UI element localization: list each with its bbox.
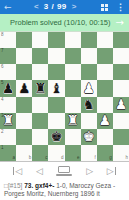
black-rook: ♜ [34, 82, 46, 96]
square-f1[interactable]: f [81, 145, 97, 161]
square-d3[interactable] [48, 113, 64, 129]
square-g5[interactable] [97, 80, 113, 96]
file-label: f [94, 156, 95, 161]
white-rook: ♜ [67, 114, 79, 128]
rank-label: 6 [1, 65, 4, 70]
file-label: e [77, 156, 80, 161]
square-c8[interactable] [32, 32, 48, 48]
status-text: Problem solved (10/10, 00:15) [5, 18, 116, 27]
chess-board[interactable]: 8765♟♟♜♝♟4♞♟3♜♜♟2♚♚1abcdefgh [0, 31, 129, 162]
white-king: ♚ [83, 130, 95, 144]
file-label: h [125, 156, 128, 161]
square-e2[interactable] [65, 129, 81, 145]
file-label: c [45, 156, 47, 161]
black-knight: ♞ [83, 98, 95, 112]
square-e8[interactable] [65, 32, 81, 48]
square-h4[interactable]: ♟ [113, 97, 129, 113]
black-pawn: ♟ [18, 82, 30, 96]
square-c1[interactable]: c [32, 145, 48, 161]
back-icon[interactable]: ← [4, 3, 12, 12]
square-d7[interactable] [48, 48, 64, 64]
square-h2[interactable] [113, 129, 129, 145]
square-d4[interactable] [48, 97, 64, 113]
top-bar: ← < 3 / 99 > ⋮ [0, 0, 129, 14]
square-c5[interactable]: ♜ [32, 80, 48, 96]
puzzle-counter: 3 / 99 [44, 3, 67, 11]
square-h5[interactable] [113, 80, 129, 96]
square-g4[interactable] [97, 97, 113, 113]
square-d2[interactable]: ♚ [48, 129, 64, 145]
square-c4[interactable] [32, 97, 48, 113]
black-king: ♚ [50, 130, 62, 144]
square-c3[interactable] [32, 113, 48, 129]
puzzle-pager: < 3 / 99 > [12, 3, 99, 11]
square-a2[interactable]: 2 [0, 129, 16, 145]
square-h8[interactable] [113, 32, 129, 48]
square-h1[interactable]: h [113, 145, 129, 161]
square-f7[interactable] [81, 48, 97, 64]
rank-label: 2 [1, 130, 4, 135]
square-a3[interactable]: 3♜ [0, 113, 16, 129]
square-a8[interactable]: 8 [0, 32, 16, 48]
forward-arrow-icon[interactable]: → [116, 18, 124, 28]
square-b4[interactable] [16, 97, 32, 113]
square-a6[interactable]: 6 [0, 64, 16, 80]
rank-label: 4 [1, 98, 4, 103]
square-a1[interactable]: 1a [0, 145, 16, 161]
square-b3[interactable] [16, 113, 32, 129]
square-d5[interactable]: ♝ [48, 80, 64, 96]
move-indicator: □[#15] [4, 182, 22, 189]
square-g3[interactable]: ♟ [97, 113, 113, 129]
bar-icon [13, 167, 15, 175]
square-f5[interactable]: ♟ [81, 80, 97, 96]
square-g8[interactable] [97, 32, 113, 48]
file-label: g [109, 156, 112, 161]
analysis-board-icon [56, 166, 72, 176]
solution-move: 73. gxf4+- [24, 182, 54, 189]
square-b6[interactable] [16, 64, 32, 80]
square-f6[interactable] [81, 64, 97, 80]
next-move-button[interactable]: ▷ [86, 167, 93, 176]
square-e4[interactable] [65, 97, 81, 113]
square-d6[interactable] [48, 64, 64, 80]
move-nav-bar: ◁ ◁ ▷ ▷ [0, 162, 129, 180]
file-label: a [13, 156, 16, 161]
square-e5[interactable] [65, 80, 81, 96]
square-e7[interactable] [65, 48, 81, 64]
black-bishop: ♝ [50, 82, 62, 96]
square-a7[interactable]: 7 [0, 48, 16, 64]
rank-label: 1 [1, 146, 4, 151]
overflow-menu-icon[interactable]: ⋮ [116, 3, 125, 12]
square-c6[interactable] [32, 64, 48, 80]
black-pawn: ♟ [2, 82, 14, 96]
next-puzzle-icon[interactable]: > [72, 3, 77, 11]
white-pawn: ♟ [115, 98, 127, 112]
square-g2[interactable] [97, 129, 113, 145]
rank-label: 7 [1, 49, 4, 54]
file-label: d [61, 156, 64, 161]
square-d8[interactable] [48, 32, 64, 48]
status-banner: Problem solved (10/10, 00:15) → [0, 14, 129, 31]
square-c2[interactable] [32, 129, 48, 145]
game-caption: □[#15] 73. gxf4+- 1-0, Maroczy Geza - Po… [0, 180, 129, 199]
white-rook: ♜ [2, 114, 14, 128]
prev-move-button[interactable]: ◁ [36, 167, 43, 176]
square-a4[interactable]: 4 [0, 97, 16, 113]
square-h6[interactable] [113, 64, 129, 80]
prev-puzzle-icon[interactable]: < [34, 3, 39, 11]
square-g1[interactable]: g [97, 145, 113, 161]
analysis-board-button[interactable] [56, 166, 72, 176]
square-f4[interactable]: ♞ [81, 97, 97, 113]
rank-label: 8 [1, 33, 4, 38]
square-f8[interactable] [81, 32, 97, 48]
square-f2[interactable]: ♚ [81, 129, 97, 145]
square-e3[interactable]: ♜ [65, 113, 81, 129]
square-e1[interactable]: e [65, 145, 81, 161]
white-pawn: ♟ [99, 114, 111, 128]
square-g6[interactable] [97, 64, 113, 80]
square-h3[interactable] [113, 113, 129, 129]
square-h7[interactable] [113, 48, 129, 64]
square-b8[interactable] [16, 32, 32, 48]
square-a5[interactable]: 5♟ [0, 80, 16, 96]
square-f3[interactable] [81, 113, 97, 129]
file-label: b [29, 156, 32, 161]
app-window: ← < 3 / 99 > ⋮ Problem solved (10/10, 00… [0, 0, 129, 200]
square-d1[interactable]: d [48, 145, 64, 161]
square-g7[interactable] [97, 48, 113, 64]
square-c7[interactable] [32, 48, 48, 64]
first-move-button[interactable]: ◁ [13, 167, 22, 176]
square-b7[interactable] [16, 48, 32, 64]
square-b2[interactable] [16, 129, 32, 145]
square-e6[interactable] [65, 64, 81, 80]
square-b1[interactable]: b [16, 145, 32, 161]
white-pawn: ♟ [83, 82, 95, 96]
grid-view-icon[interactable] [101, 4, 108, 11]
square-b5[interactable]: ♟ [16, 80, 32, 96]
bar-icon [115, 167, 117, 175]
last-move-button[interactable]: ▷ [107, 167, 116, 176]
header-actions: ⋮ [101, 3, 125, 12]
